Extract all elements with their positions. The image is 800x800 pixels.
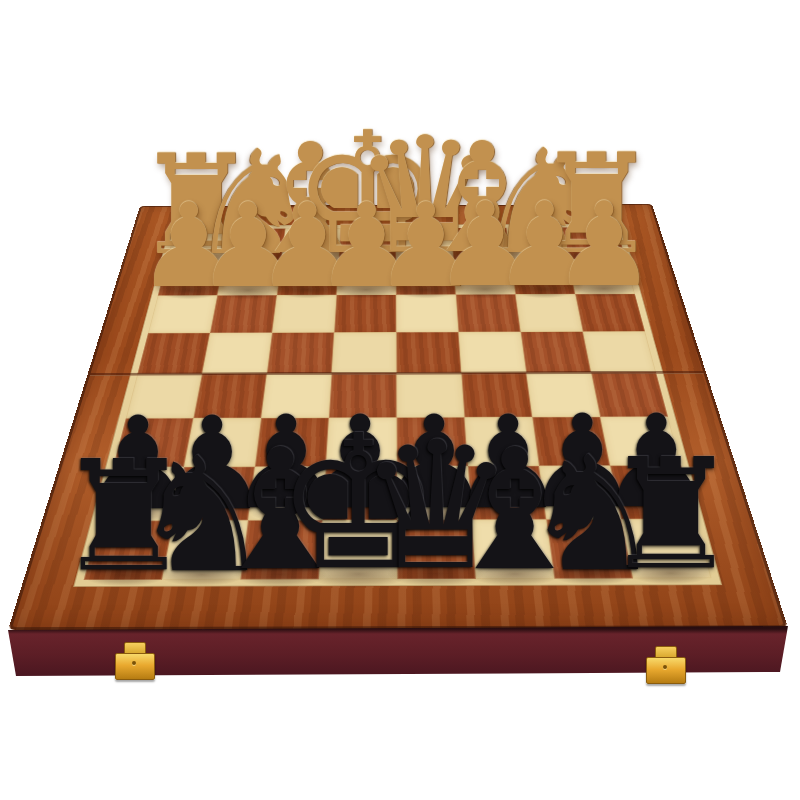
- square-a7[interactable]: [610, 465, 696, 519]
- square-b3[interactable]: [516, 294, 583, 332]
- clasp-body: [646, 657, 686, 684]
- square-h7[interactable]: [99, 467, 184, 521]
- square-a4[interactable]: [583, 331, 656, 372]
- square-c2[interactable]: [453, 260, 515, 295]
- square-b2[interactable]: [511, 259, 575, 294]
- square-a1[interactable]: [562, 227, 626, 259]
- square-e1[interactable]: [339, 228, 396, 260]
- square-f8[interactable]: [240, 520, 322, 579]
- square-b8[interactable]: [546, 519, 633, 578]
- clasp-screw: [663, 665, 667, 669]
- square-f4[interactable]: [267, 332, 334, 373]
- square-c7[interactable]: [468, 466, 546, 520]
- square-g3[interactable]: [210, 295, 277, 333]
- square-e2[interactable]: [337, 260, 397, 295]
- board-squares: [84, 227, 712, 580]
- square-a8[interactable]: [621, 519, 712, 578]
- square-g1[interactable]: [224, 228, 285, 260]
- square-e5[interactable]: [329, 373, 397, 418]
- square-e8[interactable]: [319, 520, 397, 579]
- square-a5[interactable]: [591, 372, 668, 417]
- square-b5[interactable]: [526, 372, 600, 417]
- square-g2[interactable]: [217, 261, 281, 296]
- square-g5[interactable]: [193, 373, 266, 418]
- square-f6[interactable]: [255, 418, 329, 467]
- square-d5[interactable]: [396, 373, 464, 418]
- square-e7[interactable]: [323, 466, 398, 520]
- square-h4[interactable]: [137, 333, 210, 374]
- square-h8[interactable]: [84, 521, 174, 580]
- square-d3[interactable]: [396, 295, 458, 333]
- square-f2[interactable]: [277, 260, 339, 295]
- square-g7[interactable]: [174, 467, 255, 521]
- square-a2[interactable]: [568, 259, 635, 294]
- chess-board: [8, 204, 788, 630]
- square-b6[interactable]: [532, 417, 610, 466]
- square-f7[interactable]: [248, 466, 326, 520]
- square-g6[interactable]: [184, 418, 261, 467]
- square-d7[interactable]: [397, 466, 472, 520]
- square-e3[interactable]: [334, 295, 396, 333]
- square-h5[interactable]: [126, 374, 202, 419]
- right-clasp-latch-icon: [643, 646, 689, 690]
- square-g4[interactable]: [202, 333, 272, 374]
- square-f3[interactable]: [272, 295, 336, 333]
- square-d1[interactable]: [396, 228, 453, 260]
- square-c6[interactable]: [464, 417, 539, 466]
- square-f1[interactable]: [281, 228, 340, 260]
- square-c3[interactable]: [456, 294, 521, 332]
- square-b4[interactable]: [521, 332, 591, 373]
- square-a6[interactable]: [600, 417, 681, 466]
- clasp-body: [115, 653, 155, 680]
- square-c4[interactable]: [458, 332, 526, 373]
- square-d4[interactable]: [396, 332, 461, 373]
- left-clasp-latch-icon: [112, 642, 158, 686]
- square-c5[interactable]: [461, 373, 532, 418]
- square-e6[interactable]: [326, 418, 397, 467]
- square-b1[interactable]: [506, 227, 568, 259]
- square-f5[interactable]: [261, 373, 332, 418]
- square-a3[interactable]: [575, 294, 645, 332]
- square-d6[interactable]: [397, 417, 468, 466]
- square-e4[interactable]: [332, 332, 397, 373]
- square-c1[interactable]: [451, 228, 511, 260]
- square-h6[interactable]: [113, 418, 193, 467]
- square-d2[interactable]: [396, 260, 456, 295]
- chess-set-photo: ♜♞♝♚♛♝♞♜♟♟♟♟♟♟♟♟♟♟♟♟♟♟♟♟♜♞♝♚♛♝♞♜: [0, 0, 800, 800]
- square-h3[interactable]: [148, 295, 217, 333]
- square-c8[interactable]: [472, 519, 555, 578]
- square-h1[interactable]: [167, 229, 231, 261]
- square-h2[interactable]: [158, 261, 224, 296]
- square-b7[interactable]: [539, 466, 621, 520]
- clasp-screw: [132, 661, 136, 665]
- square-d8[interactable]: [397, 520, 476, 579]
- square-g8[interactable]: [162, 520, 248, 579]
